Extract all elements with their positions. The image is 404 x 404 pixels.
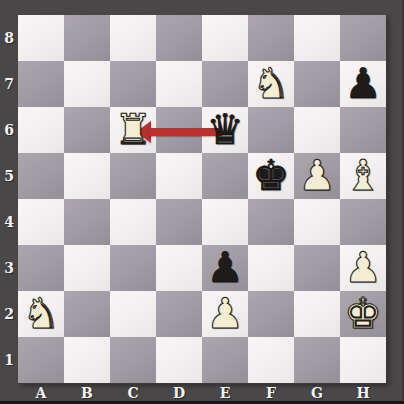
square-g8[interactable] — [294, 15, 340, 61]
square-g2[interactable] — [294, 291, 340, 337]
square-f1[interactable] — [248, 337, 294, 383]
square-c1[interactable] — [110, 337, 156, 383]
square-a3[interactable] — [18, 245, 64, 291]
square-c2[interactable] — [110, 291, 156, 337]
square-e3[interactable]: ♟ — [202, 245, 248, 291]
piece-white-knight[interactable]: ♞ — [18, 291, 64, 337]
rank-label-5: 5 — [0, 153, 18, 199]
rank-label-8: 8 — [0, 15, 18, 61]
square-c6[interactable]: ♜ — [110, 107, 156, 153]
square-e4[interactable] — [202, 199, 248, 245]
square-h1[interactable] — [340, 337, 386, 383]
square-b3[interactable] — [64, 245, 110, 291]
square-e7[interactable] — [202, 61, 248, 107]
piece-white-bishop[interactable]: ♝ — [340, 153, 386, 199]
chessboard-frame: ♞♟♜♛♚♟♝♟♟♞♟♚ 87654321ABCDEFGH — [0, 0, 404, 404]
square-a6[interactable] — [18, 107, 64, 153]
square-h3[interactable]: ♟ — [340, 245, 386, 291]
file-label-b: B — [64, 383, 110, 404]
square-a4[interactable] — [18, 199, 64, 245]
square-a2[interactable]: ♞ — [18, 291, 64, 337]
square-b8[interactable] — [64, 15, 110, 61]
square-g4[interactable] — [294, 199, 340, 245]
piece-black-king[interactable]: ♚ — [248, 153, 294, 199]
file-label-f: F — [248, 383, 294, 404]
square-f7[interactable]: ♞ — [248, 61, 294, 107]
piece-white-pawn[interactable]: ♟ — [294, 153, 340, 199]
square-g3[interactable] — [294, 245, 340, 291]
square-d2[interactable] — [156, 291, 202, 337]
square-c3[interactable] — [110, 245, 156, 291]
square-h8[interactable] — [340, 15, 386, 61]
square-h2[interactable]: ♚ — [340, 291, 386, 337]
square-a8[interactable] — [18, 15, 64, 61]
square-b2[interactable] — [64, 291, 110, 337]
square-f2[interactable] — [248, 291, 294, 337]
square-b6[interactable] — [64, 107, 110, 153]
square-e5[interactable] — [202, 153, 248, 199]
rank-label-2: 2 — [0, 291, 18, 337]
rank-label-3: 3 — [0, 245, 18, 291]
piece-black-queen[interactable]: ♛ — [202, 107, 248, 153]
square-b4[interactable] — [64, 199, 110, 245]
square-e6[interactable]: ♛ — [202, 107, 248, 153]
file-label-h: H — [340, 383, 386, 404]
square-e8[interactable] — [202, 15, 248, 61]
rank-label-6: 6 — [0, 107, 18, 153]
square-c4[interactable] — [110, 199, 156, 245]
square-d5[interactable] — [156, 153, 202, 199]
square-g7[interactable] — [294, 61, 340, 107]
piece-white-pawn[interactable]: ♟ — [202, 291, 248, 337]
square-f5[interactable]: ♚ — [248, 153, 294, 199]
square-f4[interactable] — [248, 199, 294, 245]
piece-black-pawn[interactable]: ♟ — [340, 61, 386, 107]
square-a7[interactable] — [18, 61, 64, 107]
square-b7[interactable] — [64, 61, 110, 107]
file-label-g: G — [294, 383, 340, 404]
square-g1[interactable] — [294, 337, 340, 383]
square-c8[interactable] — [110, 15, 156, 61]
square-f8[interactable] — [248, 15, 294, 61]
rank-label-7: 7 — [0, 61, 18, 107]
square-c5[interactable] — [110, 153, 156, 199]
rank-label-4: 4 — [0, 199, 18, 245]
square-d8[interactable] — [156, 15, 202, 61]
file-label-e: E — [202, 383, 248, 404]
square-f3[interactable] — [248, 245, 294, 291]
piece-white-knight[interactable]: ♞ — [248, 61, 294, 107]
square-c7[interactable] — [110, 61, 156, 107]
board: ♞♟♜♛♚♟♝♟♟♞♟♚ — [18, 15, 386, 383]
square-a5[interactable] — [18, 153, 64, 199]
square-h4[interactable] — [340, 199, 386, 245]
square-h6[interactable] — [340, 107, 386, 153]
square-d4[interactable] — [156, 199, 202, 245]
square-b5[interactable] — [64, 153, 110, 199]
square-e2[interactable]: ♟ — [202, 291, 248, 337]
square-h5[interactable]: ♝ — [340, 153, 386, 199]
square-d7[interactable] — [156, 61, 202, 107]
file-label-a: A — [18, 383, 64, 404]
piece-white-king[interactable]: ♚ — [340, 291, 386, 337]
file-label-c: C — [110, 383, 156, 404]
piece-white-rook[interactable]: ♜ — [110, 107, 156, 153]
file-label-d: D — [156, 383, 202, 404]
square-d1[interactable] — [156, 337, 202, 383]
piece-white-pawn[interactable]: ♟ — [340, 245, 386, 291]
square-d3[interactable] — [156, 245, 202, 291]
piece-black-pawn[interactable]: ♟ — [202, 245, 248, 291]
square-e1[interactable] — [202, 337, 248, 383]
square-h7[interactable]: ♟ — [340, 61, 386, 107]
square-b1[interactable] — [64, 337, 110, 383]
square-f6[interactable] — [248, 107, 294, 153]
square-g5[interactable]: ♟ — [294, 153, 340, 199]
square-a1[interactable] — [18, 337, 64, 383]
square-g6[interactable] — [294, 107, 340, 153]
rank-label-1: 1 — [0, 337, 18, 383]
